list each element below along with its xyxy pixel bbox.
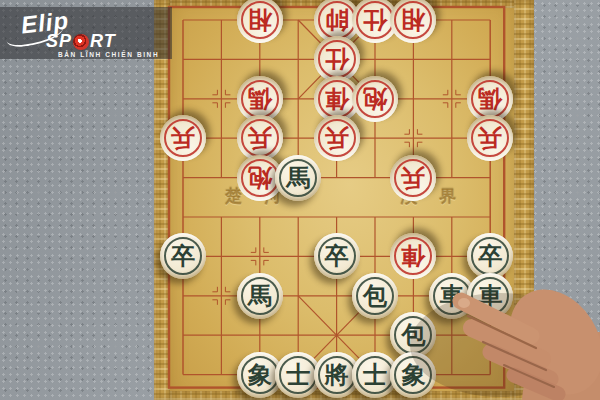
piece-glyph: 卒: [325, 244, 349, 268]
piece-glyph: 炮: [248, 166, 272, 190]
logo-sp: SP: [46, 31, 72, 52]
piece-black-車[interactable]: 車: [467, 273, 513, 319]
piece-glyph: 卒: [171, 244, 195, 268]
piece-glyph: 包: [401, 323, 425, 347]
piece-glyph: 俥: [325, 87, 349, 111]
board-frame-left: [154, 0, 170, 400]
piece-glyph: 仕: [363, 8, 387, 32]
piece-black-卒[interactable]: 卒: [314, 233, 360, 279]
piece-black-象[interactable]: 象: [390, 352, 436, 398]
piece-glyph: 卒: [478, 244, 502, 268]
piece-red-炮[interactable]: 炮: [352, 76, 398, 122]
piece-glyph: 相: [248, 8, 272, 32]
piece-red-相[interactable]: 相: [237, 0, 283, 43]
piece-glyph: 象: [248, 363, 272, 387]
piece-glyph: 相: [401, 8, 425, 32]
piece-glyph: 馬: [286, 166, 310, 190]
piece-glyph: 仕: [325, 47, 349, 71]
piece-glyph: 傌: [248, 87, 272, 111]
piece-glyph: 將: [325, 363, 349, 387]
piece-glyph: 俥: [401, 244, 425, 268]
piece-glyph: 包: [363, 284, 387, 308]
logo-swirl-o-icon: [73, 34, 89, 50]
piece-glyph: 兵: [171, 126, 195, 150]
logo-rt: RT: [90, 31, 116, 52]
piece-glyph: 兵: [325, 126, 349, 150]
piece-glyph: 兵: [248, 126, 272, 150]
piece-glyph: 車: [440, 284, 464, 308]
board-frame-right: [514, 0, 534, 400]
piece-glyph: 象: [401, 363, 425, 387]
logo-banner: Elip SPRT BẢN LĨNH CHIẾN BINH: [0, 7, 172, 59]
piece-glyph: 炮: [363, 87, 387, 111]
piece-glyph: 士: [286, 363, 310, 387]
piece-red-兵[interactable]: 兵: [390, 155, 436, 201]
piece-red-兵[interactable]: 兵: [314, 115, 360, 161]
piece-glyph: 帥: [325, 8, 349, 32]
piece-black-馬[interactable]: 馬: [237, 273, 283, 319]
piece-black-馬[interactable]: 馬: [275, 155, 321, 201]
photo-stage: 楚 河 漢 界 相帥仕相仕傌俥炮傌兵兵兵兵炮兵俥馬卒卒卒馬包車車包象士將士象 E…: [0, 0, 600, 400]
logo-tagline: BẢN LĨNH CHIẾN BINH: [58, 51, 159, 58]
piece-glyph: 車: [478, 284, 502, 308]
piece-glyph: 士: [363, 363, 387, 387]
piece-glyph: 馬: [248, 284, 272, 308]
piece-glyph: 傌: [478, 87, 502, 111]
logo-brand-block: SPRT: [46, 31, 116, 52]
piece-red-兵[interactable]: 兵: [160, 115, 206, 161]
piece-black-包[interactable]: 包: [352, 273, 398, 319]
piece-glyph: 兵: [401, 166, 425, 190]
piece-glyph: 兵: [478, 126, 502, 150]
